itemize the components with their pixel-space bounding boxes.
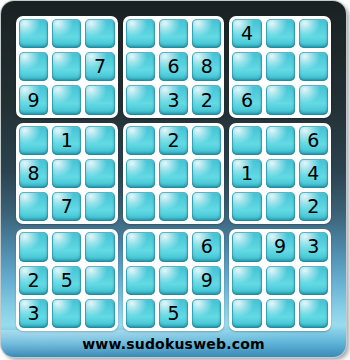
cell-r5c8[interactable] [266, 159, 295, 188]
cell-r3c7[interactable]: 6 [232, 85, 261, 114]
cell-r6c6[interactable] [192, 192, 221, 221]
cell-r4c5[interactable]: 2 [159, 126, 188, 155]
cell-r4c2[interactable]: 1 [52, 126, 81, 155]
given-digit: 2 [307, 197, 319, 216]
given-digit: 5 [61, 271, 73, 290]
cell-r8c6[interactable]: 9 [192, 266, 221, 295]
cell-r3c2[interactable] [52, 85, 81, 114]
cell-r5c6[interactable] [192, 159, 221, 188]
cell-r9c6[interactable] [192, 299, 221, 328]
cell-r6c8[interactable] [266, 192, 295, 221]
given-digit: 9 [274, 237, 286, 256]
cell-r7c5[interactable] [159, 232, 188, 261]
cell-r1c2[interactable] [52, 19, 81, 48]
cell-r8c8[interactable] [266, 266, 295, 295]
box-2-2: 2 [123, 123, 225, 225]
cell-r7c6[interactable]: 6 [192, 232, 221, 261]
cell-r8c7[interactable] [232, 266, 261, 295]
cell-r8c9[interactable] [299, 266, 328, 295]
sudoku-page: 796832461872614225369593 www.sudokusweb.… [0, 0, 350, 360]
cell-r8c5[interactable] [159, 266, 188, 295]
box-1-2: 6832 [123, 16, 225, 118]
given-digit: 9 [201, 271, 213, 290]
cell-r3c6[interactable]: 2 [192, 85, 221, 114]
given-digit: 5 [167, 304, 179, 323]
cell-r7c7[interactable] [232, 232, 261, 261]
given-digit: 3 [28, 304, 40, 323]
cell-r2c6[interactable]: 8 [192, 52, 221, 81]
cell-r7c4[interactable] [126, 232, 155, 261]
cell-r6c1[interactable] [19, 192, 48, 221]
given-digit: 6 [307, 131, 319, 150]
cell-r6c9[interactable]: 2 [299, 192, 328, 221]
cell-r5c7[interactable]: 1 [232, 159, 261, 188]
cell-r2c4[interactable] [126, 52, 155, 81]
box-1-1: 79 [16, 16, 118, 118]
cell-r8c4[interactable] [126, 266, 155, 295]
cell-r8c3[interactable] [85, 266, 114, 295]
cell-r4c9[interactable]: 6 [299, 126, 328, 155]
cell-r1c1[interactable] [19, 19, 48, 48]
cell-r9c2[interactable] [52, 299, 81, 328]
cell-r2c5[interactable]: 6 [159, 52, 188, 81]
box-1-3: 46 [229, 16, 331, 118]
box-3-3: 93 [229, 229, 331, 331]
cell-r1c6[interactable] [192, 19, 221, 48]
cell-r4c1[interactable] [19, 126, 48, 155]
cell-r9c4[interactable] [126, 299, 155, 328]
website-url: www.sudokusweb.com [82, 336, 265, 352]
cell-r9c5[interactable]: 5 [159, 299, 188, 328]
cell-r1c5[interactable] [159, 19, 188, 48]
given-digit: 3 [307, 237, 319, 256]
cell-r1c7[interactable]: 4 [232, 19, 261, 48]
given-digit: 7 [61, 197, 73, 216]
cell-r9c9[interactable] [299, 299, 328, 328]
box-3-2: 695 [123, 229, 225, 331]
cell-r2c7[interactable] [232, 52, 261, 81]
cell-r5c4[interactable] [126, 159, 155, 188]
given-digit: 1 [241, 164, 253, 183]
cell-r1c9[interactable] [299, 19, 328, 48]
cell-r3c1[interactable]: 9 [19, 85, 48, 114]
given-digit: 2 [28, 271, 40, 290]
cell-r7c2[interactable] [52, 232, 81, 261]
cell-r4c6[interactable] [192, 126, 221, 155]
cell-r3c9[interactable] [299, 85, 328, 114]
given-digit: 6 [201, 237, 213, 256]
cell-r9c3[interactable] [85, 299, 114, 328]
cell-r7c1[interactable] [19, 232, 48, 261]
given-digit: 4 [241, 24, 253, 43]
cell-r8c2[interactable]: 5 [52, 266, 81, 295]
given-digit: 7 [94, 57, 106, 76]
sudoku-board: 796832461872614225369593 www.sudokusweb.… [1, 1, 346, 357]
cell-r3c8[interactable] [266, 85, 295, 114]
cell-r5c1[interactable]: 8 [19, 159, 48, 188]
given-digit: 8 [28, 164, 40, 183]
cell-r3c5[interactable]: 3 [159, 85, 188, 114]
box-3-1: 253 [16, 229, 118, 331]
cell-r4c8[interactable] [266, 126, 295, 155]
box-2-1: 187 [16, 123, 118, 225]
footer-band: www.sudokusweb.com [1, 330, 346, 357]
given-digit: 4 [307, 164, 319, 183]
cell-r6c2[interactable]: 7 [52, 192, 81, 221]
cell-r2c3[interactable]: 7 [85, 52, 114, 81]
given-digit: 3 [167, 91, 179, 110]
cell-r2c8[interactable] [266, 52, 295, 81]
cell-r5c2[interactable] [52, 159, 81, 188]
cell-r3c3[interactable] [85, 85, 114, 114]
given-digit: 1 [61, 131, 73, 150]
cell-r6c7[interactable] [232, 192, 261, 221]
given-digit: 6 [241, 91, 253, 110]
cell-r5c5[interactable] [159, 159, 188, 188]
given-digit: 6 [167, 57, 179, 76]
cell-r2c9[interactable] [299, 52, 328, 81]
cell-r5c3[interactable] [85, 159, 114, 188]
cell-r3c4[interactable] [126, 85, 155, 114]
sudoku-grid: 796832461872614225369593 [16, 16, 331, 331]
cell-r2c1[interactable] [19, 52, 48, 81]
cell-r4c7[interactable] [232, 126, 261, 155]
cell-r7c9[interactable]: 3 [299, 232, 328, 261]
cell-r6c5[interactable] [159, 192, 188, 221]
cell-r6c4[interactable] [126, 192, 155, 221]
cell-r1c8[interactable] [266, 19, 295, 48]
cell-r7c8[interactable]: 9 [266, 232, 295, 261]
given-digit: 2 [201, 91, 213, 110]
cell-r7c3[interactable] [85, 232, 114, 261]
cell-r6c3[interactable] [85, 192, 114, 221]
cell-r5c9[interactable]: 4 [299, 159, 328, 188]
cell-r9c8[interactable] [266, 299, 295, 328]
cell-r8c1[interactable]: 2 [19, 266, 48, 295]
cell-r9c1[interactable]: 3 [19, 299, 48, 328]
box-2-3: 6142 [229, 123, 331, 225]
cell-r4c4[interactable] [126, 126, 155, 155]
given-digit: 2 [167, 131, 179, 150]
cell-r4c3[interactable] [85, 126, 114, 155]
cell-r1c4[interactable] [126, 19, 155, 48]
cell-r1c3[interactable] [85, 19, 114, 48]
given-digit: 8 [201, 57, 213, 76]
given-digit: 9 [28, 91, 40, 110]
cell-r9c7[interactable] [232, 299, 261, 328]
cell-r2c2[interactable] [52, 52, 81, 81]
